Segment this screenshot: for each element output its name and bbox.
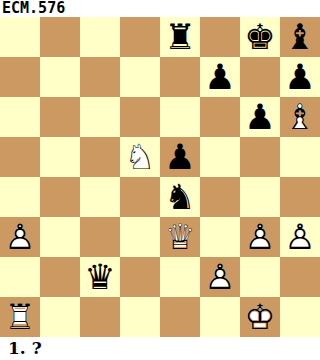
square-h2[interactable] — [280, 257, 320, 297]
piece-white-bishop-fill: ♝ — [280, 97, 320, 137]
square-e6[interactable] — [160, 97, 200, 137]
piece-white-pawn: ♙ — [240, 217, 280, 257]
piece-black-knight: ♞ — [160, 177, 200, 217]
piece-white-knight: ♘ — [120, 137, 160, 177]
square-e8[interactable]: ♜ — [160, 17, 200, 57]
square-h1[interactable] — [280, 297, 320, 337]
square-f8[interactable] — [200, 17, 240, 57]
diagram-footer: 1. ? — [0, 337, 320, 360]
piece-white-pawn-fill: ♟ — [0, 217, 40, 257]
piece-white-queen-fill: ♛ — [160, 217, 200, 257]
piece-black-pawn: ♟ — [160, 137, 200, 177]
square-f2[interactable]: ♟♙ — [200, 257, 240, 297]
square-d6[interactable] — [120, 97, 160, 137]
chess-board: ♜♚♝♟♟♟♝♗♞♘♟♞♟♙♛♕♟♙♟♙♛♟♙♜♖♚♔ — [0, 17, 320, 337]
square-b2[interactable] — [40, 257, 80, 297]
square-c5[interactable] — [80, 137, 120, 177]
square-a7[interactable] — [0, 57, 40, 97]
piece-black-king: ♚ — [240, 17, 280, 57]
square-e7[interactable] — [160, 57, 200, 97]
piece-white-bishop: ♗ — [280, 97, 320, 137]
square-g7[interactable] — [240, 57, 280, 97]
square-f1[interactable] — [200, 297, 240, 337]
square-b7[interactable] — [40, 57, 80, 97]
square-e3[interactable]: ♛♕ — [160, 217, 200, 257]
piece-white-pawn: ♙ — [0, 217, 40, 257]
diagram-header: ECM.576 — [0, 0, 320, 17]
square-g3[interactable]: ♟♙ — [240, 217, 280, 257]
diagram-title: ECM.576 — [0, 0, 65, 17]
square-c3[interactable] — [80, 217, 120, 257]
square-f6[interactable] — [200, 97, 240, 137]
square-d1[interactable] — [120, 297, 160, 337]
move-prompt: 1. ? — [0, 337, 42, 360]
square-b8[interactable] — [40, 17, 80, 57]
square-c8[interactable] — [80, 17, 120, 57]
piece-white-pawn-fill: ♟ — [240, 217, 280, 257]
square-c4[interactable] — [80, 177, 120, 217]
square-c6[interactable] — [80, 97, 120, 137]
square-g4[interactable] — [240, 177, 280, 217]
square-d2[interactable] — [120, 257, 160, 297]
piece-black-pawn: ♟ — [240, 97, 280, 137]
square-a4[interactable] — [0, 177, 40, 217]
square-d3[interactable] — [120, 217, 160, 257]
square-g6[interactable]: ♟ — [240, 97, 280, 137]
square-g2[interactable] — [240, 257, 280, 297]
square-h6[interactable]: ♝♗ — [280, 97, 320, 137]
square-c7[interactable] — [80, 57, 120, 97]
piece-white-pawn-fill: ♟ — [280, 217, 320, 257]
piece-white-queen: ♕ — [160, 217, 200, 257]
square-e1[interactable] — [160, 297, 200, 337]
square-a6[interactable] — [0, 97, 40, 137]
piece-white-king: ♔ — [240, 297, 280, 337]
piece-white-rook: ♖ — [0, 297, 40, 337]
square-f5[interactable] — [200, 137, 240, 177]
piece-white-rook-fill: ♜ — [0, 297, 40, 337]
piece-white-king-fill: ♚ — [240, 297, 280, 337]
square-h5[interactable] — [280, 137, 320, 177]
piece-black-bishop: ♝ — [280, 17, 320, 57]
square-e5[interactable]: ♟ — [160, 137, 200, 177]
square-h7[interactable]: ♟ — [280, 57, 320, 97]
square-a3[interactable]: ♟♙ — [0, 217, 40, 257]
square-a1[interactable]: ♜♖ — [0, 297, 40, 337]
square-d8[interactable] — [120, 17, 160, 57]
square-a5[interactable] — [0, 137, 40, 177]
square-f7[interactable]: ♟ — [200, 57, 240, 97]
piece-white-knight-fill: ♞ — [120, 137, 160, 177]
square-e4[interactable]: ♞ — [160, 177, 200, 217]
piece-white-pawn: ♙ — [280, 217, 320, 257]
square-d5[interactable]: ♞♘ — [120, 137, 160, 177]
square-h8[interactable]: ♝ — [280, 17, 320, 57]
piece-black-pawn: ♟ — [200, 57, 240, 97]
square-e2[interactable] — [160, 257, 200, 297]
square-h3[interactable]: ♟♙ — [280, 217, 320, 257]
piece-black-queen: ♛ — [80, 257, 120, 297]
square-a8[interactable] — [0, 17, 40, 57]
square-b6[interactable] — [40, 97, 80, 137]
piece-black-pawn: ♟ — [280, 57, 320, 97]
square-g8[interactable]: ♚ — [240, 17, 280, 57]
square-g1[interactable]: ♚♔ — [240, 297, 280, 337]
square-b5[interactable] — [40, 137, 80, 177]
square-b3[interactable] — [40, 217, 80, 257]
square-b4[interactable] — [40, 177, 80, 217]
piece-black-rook: ♜ — [160, 17, 200, 57]
square-f3[interactable] — [200, 217, 240, 257]
square-c1[interactable] — [80, 297, 120, 337]
square-d4[interactable] — [120, 177, 160, 217]
square-b1[interactable] — [40, 297, 80, 337]
square-a2[interactable] — [0, 257, 40, 297]
square-g5[interactable] — [240, 137, 280, 177]
piece-white-pawn-fill: ♟ — [200, 257, 240, 297]
square-f4[interactable] — [200, 177, 240, 217]
square-c2[interactable]: ♛ — [80, 257, 120, 297]
square-h4[interactable] — [280, 177, 320, 217]
piece-white-pawn: ♙ — [200, 257, 240, 297]
square-d7[interactable] — [120, 57, 160, 97]
